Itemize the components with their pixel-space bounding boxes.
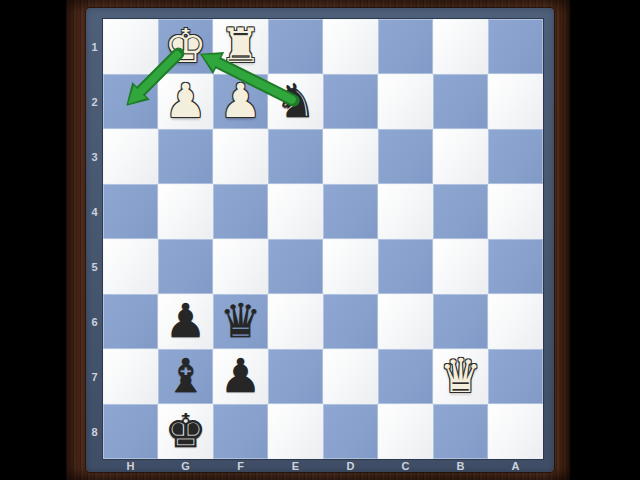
square-a8[interactable]: [488, 404, 543, 459]
square-c4[interactable]: [378, 184, 433, 239]
file-labels: HGFEDCBA: [103, 459, 543, 472]
white-pawn-piece[interactable]: ♟: [219, 77, 261, 124]
square-a1[interactable]: [488, 19, 543, 74]
square-c6[interactable]: [378, 294, 433, 349]
square-e2[interactable]: ♞: [268, 74, 323, 129]
black-knight-piece[interactable]: ♞: [274, 77, 316, 124]
square-h3[interactable]: [103, 129, 158, 184]
file-label-h: H: [103, 459, 158, 472]
file-label-a: A: [488, 459, 543, 472]
file-label-g: G: [158, 459, 213, 472]
black-king-piece[interactable]: ♚: [164, 407, 206, 454]
square-g2[interactable]: ♟: [158, 74, 213, 129]
square-a5[interactable]: [488, 239, 543, 294]
file-label-c: C: [378, 459, 433, 472]
rank-label-7: 7: [86, 349, 103, 404]
square-g6[interactable]: ♟: [158, 294, 213, 349]
rank-labels: 12345678: [86, 19, 103, 459]
square-e6[interactable]: [268, 294, 323, 349]
square-a2[interactable]: [488, 74, 543, 129]
file-label-d: D: [323, 459, 378, 472]
square-d6[interactable]: [323, 294, 378, 349]
square-a6[interactable]: [488, 294, 543, 349]
square-c7[interactable]: [378, 349, 433, 404]
square-a4[interactable]: [488, 184, 543, 239]
square-d2[interactable]: [323, 74, 378, 129]
square-f5[interactable]: [213, 239, 268, 294]
square-b5[interactable]: [433, 239, 488, 294]
square-a7[interactable]: [488, 349, 543, 404]
square-b7[interactable]: ♛: [433, 349, 488, 404]
chess-board: ♚♜♟♟♞♟♛♝♟♛♚: [103, 19, 543, 459]
square-b8[interactable]: [433, 404, 488, 459]
square-a3[interactable]: [488, 129, 543, 184]
square-d3[interactable]: [323, 129, 378, 184]
stage: 12345678 HGFEDCBA ♚♜♟♟♞♟♛♝♟♛♚: [0, 0, 640, 480]
square-g3[interactable]: [158, 129, 213, 184]
square-b1[interactable]: [433, 19, 488, 74]
white-rook-piece[interactable]: ♜: [219, 22, 261, 69]
square-g4[interactable]: [158, 184, 213, 239]
square-b2[interactable]: [433, 74, 488, 129]
black-pawn-piece[interactable]: ♟: [164, 297, 206, 344]
file-label-e: E: [268, 459, 323, 472]
square-c8[interactable]: [378, 404, 433, 459]
white-king-piece[interactable]: ♚: [164, 22, 206, 69]
square-g5[interactable]: [158, 239, 213, 294]
square-d5[interactable]: [323, 239, 378, 294]
square-c1[interactable]: [378, 19, 433, 74]
square-h5[interactable]: [103, 239, 158, 294]
square-c2[interactable]: [378, 74, 433, 129]
square-e5[interactable]: [268, 239, 323, 294]
square-f2[interactable]: ♟: [213, 74, 268, 129]
file-label-f: F: [213, 459, 268, 472]
white-pawn-piece[interactable]: ♟: [164, 77, 206, 124]
board-mat: 12345678 HGFEDCBA ♚♜♟♟♞♟♛♝♟♛♚: [86, 8, 554, 472]
square-g8[interactable]: ♚: [158, 404, 213, 459]
rank-label-1: 1: [86, 19, 103, 74]
square-c3[interactable]: [378, 129, 433, 184]
square-e1[interactable]: [268, 19, 323, 74]
square-f7[interactable]: ♟: [213, 349, 268, 404]
rank-label-3: 3: [86, 129, 103, 184]
square-e8[interactable]: [268, 404, 323, 459]
square-e3[interactable]: [268, 129, 323, 184]
rank-label-2: 2: [86, 74, 103, 129]
square-d7[interactable]: [323, 349, 378, 404]
square-g7[interactable]: ♝: [158, 349, 213, 404]
square-h4[interactable]: [103, 184, 158, 239]
square-f1[interactable]: ♜: [213, 19, 268, 74]
square-e4[interactable]: [268, 184, 323, 239]
square-d1[interactable]: [323, 19, 378, 74]
white-queen-piece[interactable]: ♛: [439, 352, 481, 399]
rank-label-8: 8: [86, 404, 103, 459]
square-d8[interactable]: [323, 404, 378, 459]
square-f6[interactable]: ♛: [213, 294, 268, 349]
file-label-b: B: [433, 459, 488, 472]
square-f4[interactable]: [213, 184, 268, 239]
square-e7[interactable]: [268, 349, 323, 404]
square-d4[interactable]: [323, 184, 378, 239]
rank-label-5: 5: [86, 239, 103, 294]
square-h8[interactable]: [103, 404, 158, 459]
square-h6[interactable]: [103, 294, 158, 349]
rank-label-6: 6: [86, 294, 103, 349]
square-h2[interactable]: [103, 74, 158, 129]
square-b3[interactable]: [433, 129, 488, 184]
black-bishop-piece[interactable]: ♝: [164, 352, 206, 399]
black-queen-piece[interactable]: ♛: [219, 297, 261, 344]
square-f8[interactable]: [213, 404, 268, 459]
black-pawn-piece[interactable]: ♟: [219, 352, 261, 399]
square-b6[interactable]: [433, 294, 488, 349]
square-b4[interactable]: [433, 184, 488, 239]
square-f3[interactable]: [213, 129, 268, 184]
square-h1[interactable]: [103, 19, 158, 74]
square-c5[interactable]: [378, 239, 433, 294]
square-g1[interactable]: ♚: [158, 19, 213, 74]
rank-label-4: 4: [86, 184, 103, 239]
square-h7[interactable]: [103, 349, 158, 404]
